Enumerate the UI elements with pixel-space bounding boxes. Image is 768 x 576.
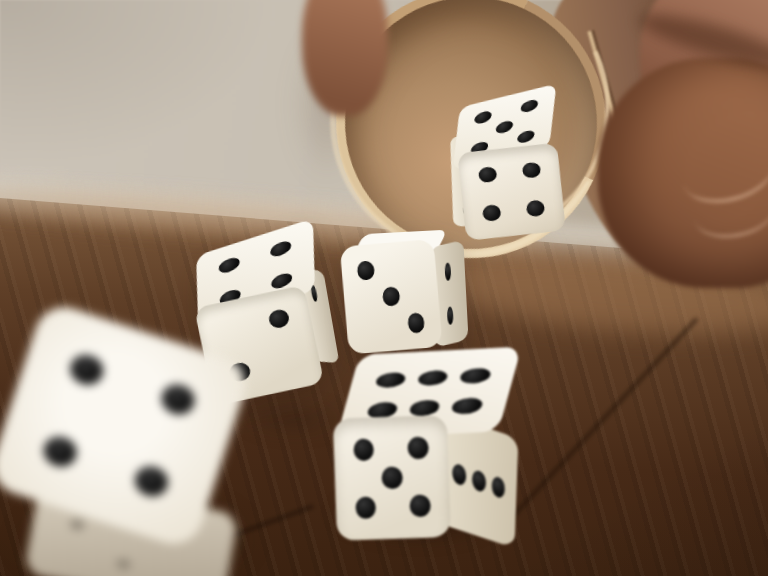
center-die-front-face [340, 239, 443, 355]
die-pip [66, 351, 106, 389]
table-die-right-face [439, 414, 518, 548]
die-pip [447, 306, 454, 325]
airborne-die-center [341, 231, 469, 355]
die-pip [407, 312, 426, 333]
die-pip [526, 200, 546, 218]
table-die-front-face [333, 415, 451, 541]
die-pip [482, 204, 502, 222]
die-pip [40, 432, 80, 470]
die-pip [381, 466, 402, 489]
die-pip [355, 497, 376, 520]
resting-die-on-table [333, 347, 522, 547]
die-pip [459, 367, 492, 384]
cup-die-front-face [457, 143, 566, 241]
die-pip [357, 260, 376, 281]
die-pip [517, 129, 536, 145]
die-pip [522, 161, 542, 179]
die-pip [474, 110, 493, 126]
die-at-cup-rim [443, 89, 573, 243]
die-pip [267, 308, 290, 330]
die-pip [491, 475, 505, 499]
die-pip [374, 371, 407, 388]
die-pip [472, 469, 486, 493]
die-pip [450, 398, 483, 415]
die-pip [495, 119, 514, 135]
die-pip [520, 98, 539, 114]
die-pip [270, 239, 291, 259]
die-pip [416, 369, 449, 386]
foreground-blurred-die [0, 316, 261, 576]
die-pip [408, 400, 441, 417]
die-pip [382, 286, 401, 307]
die-pip [452, 462, 466, 486]
die-pip [444, 262, 451, 281]
die-pip [478, 166, 498, 184]
die-pip [410, 495, 431, 518]
die-pip [408, 436, 429, 459]
photo-scene [0, 0, 768, 576]
die-pip [219, 256, 240, 276]
die-pip [353, 438, 374, 461]
die-pip [131, 462, 171, 500]
die-pip [158, 381, 198, 419]
